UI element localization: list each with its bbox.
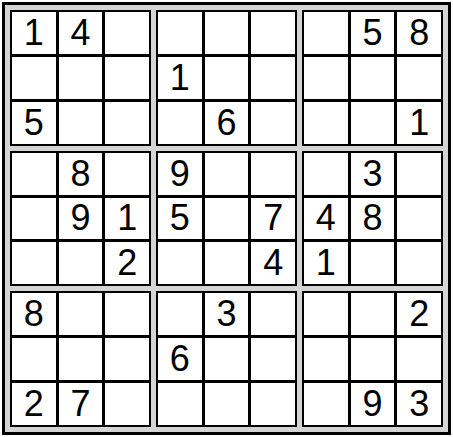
cell-r5c1[interactable] [12, 198, 56, 240]
cell-r9c5[interactable] [205, 383, 249, 425]
cell-r8c6[interactable] [251, 338, 295, 380]
cell-r7c9: 2 [397, 293, 441, 335]
cell-r5c5[interactable] [205, 198, 249, 240]
cell-r2c9[interactable] [397, 57, 441, 99]
cell-r2c8[interactable] [351, 57, 395, 99]
cell-r3c6[interactable] [251, 102, 295, 144]
cell-r8c2[interactable] [59, 338, 103, 380]
box-r1c2: 16 [156, 10, 297, 146]
cell-r4c8: 3 [351, 153, 395, 195]
cell-r1c1: 1 [12, 12, 56, 54]
box-r2c3: 3481 [302, 151, 443, 287]
cell-r7c5: 3 [205, 293, 249, 335]
cell-r1c4[interactable] [158, 12, 202, 54]
cell-r6c7: 1 [304, 242, 348, 284]
box-r3c1: 827 [10, 291, 151, 427]
box-r2c1: 8912 [10, 151, 151, 287]
cell-r9c7[interactable] [304, 383, 348, 425]
cell-r6c6: 4 [251, 242, 295, 284]
cell-r8c5[interactable] [205, 338, 249, 380]
cell-r6c5[interactable] [205, 242, 249, 284]
cell-r1c3[interactable] [105, 12, 149, 54]
cell-r5c2: 9 [59, 198, 103, 240]
cell-r2c6[interactable] [251, 57, 295, 99]
cell-r3c8[interactable] [351, 102, 395, 144]
cell-r9c4[interactable] [158, 383, 202, 425]
cell-r2c7[interactable] [304, 57, 348, 99]
cell-r3c5: 6 [205, 102, 249, 144]
board-frame: 1451658189129574348182736293 [2, 2, 451, 435]
cell-r3c7[interactable] [304, 102, 348, 144]
cell-r4c4: 9 [158, 153, 202, 195]
cell-r4c9[interactable] [397, 153, 441, 195]
cell-r8c1[interactable] [12, 338, 56, 380]
cell-r3c4[interactable] [158, 102, 202, 144]
cell-r3c9: 1 [397, 102, 441, 144]
cell-r7c4[interactable] [158, 293, 202, 335]
cell-r2c2[interactable] [59, 57, 103, 99]
cell-r5c4: 5 [158, 198, 202, 240]
cell-r4c6[interactable] [251, 153, 295, 195]
cell-r3c2[interactable] [59, 102, 103, 144]
cell-r8c7[interactable] [304, 338, 348, 380]
cell-r9c6[interactable] [251, 383, 295, 425]
cell-r2c4: 1 [158, 57, 202, 99]
cell-r7c3[interactable] [105, 293, 149, 335]
cell-r1c6[interactable] [251, 12, 295, 54]
sudoku-board: 1451658189129574348182736293 [0, 0, 453, 437]
cell-r3c1: 5 [12, 102, 56, 144]
cell-r6c1[interactable] [12, 242, 56, 284]
cell-r9c3[interactable] [105, 383, 149, 425]
cell-r3c3[interactable] [105, 102, 149, 144]
cell-r5c6: 7 [251, 198, 295, 240]
box-r1c3: 581 [302, 10, 443, 146]
box-grid: 1451658189129574348182736293 [10, 10, 443, 427]
cell-r8c4: 6 [158, 338, 202, 380]
cell-r9c2: 7 [59, 383, 103, 425]
cell-r2c5[interactable] [205, 57, 249, 99]
box-r2c2: 9574 [156, 151, 297, 287]
cell-r6c4[interactable] [158, 242, 202, 284]
cell-r7c6[interactable] [251, 293, 295, 335]
cell-r1c2: 4 [59, 12, 103, 54]
cell-r7c1: 8 [12, 293, 56, 335]
cell-r4c2: 8 [59, 153, 103, 195]
box-r1c1: 145 [10, 10, 151, 146]
cell-r8c9[interactable] [397, 338, 441, 380]
cell-r1c9: 8 [397, 12, 441, 54]
cell-r6c8[interactable] [351, 242, 395, 284]
cell-r6c2[interactable] [59, 242, 103, 284]
cell-r5c9[interactable] [397, 198, 441, 240]
cell-r6c3: 2 [105, 242, 149, 284]
cell-r1c7[interactable] [304, 12, 348, 54]
cell-r7c8[interactable] [351, 293, 395, 335]
cell-r2c3[interactable] [105, 57, 149, 99]
cell-r9c8: 9 [351, 383, 395, 425]
box-r3c3: 293 [302, 291, 443, 427]
cell-r4c7[interactable] [304, 153, 348, 195]
cell-r2c1[interactable] [12, 57, 56, 99]
box-r3c2: 36 [156, 291, 297, 427]
cell-r9c9: 3 [397, 383, 441, 425]
cell-r7c2[interactable] [59, 293, 103, 335]
cell-r4c5[interactable] [205, 153, 249, 195]
cell-r8c8[interactable] [351, 338, 395, 380]
cell-r1c5[interactable] [205, 12, 249, 54]
cell-r4c1[interactable] [12, 153, 56, 195]
cell-r5c7: 4 [304, 198, 348, 240]
cell-r8c3[interactable] [105, 338, 149, 380]
cell-r7c7[interactable] [304, 293, 348, 335]
cell-r9c1: 2 [12, 383, 56, 425]
cell-r5c3: 1 [105, 198, 149, 240]
cell-r4c3[interactable] [105, 153, 149, 195]
cell-r5c8: 8 [351, 198, 395, 240]
cell-r6c9[interactable] [397, 242, 441, 284]
cell-r1c8: 5 [351, 12, 395, 54]
